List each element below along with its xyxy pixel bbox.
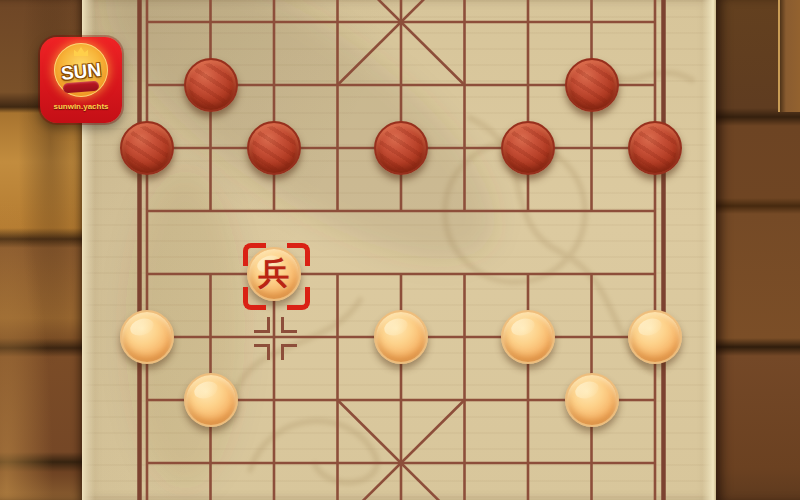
game-screen: 兵 SUN sunwin.yachts — [0, 0, 800, 500]
selection-bracket-se — [287, 287, 310, 310]
hidden-piece-bottom[interactable] — [184, 373, 238, 427]
point-marker-se — [281, 344, 297, 360]
hidden-piece-top[interactable] — [374, 121, 428, 175]
logo-ribbon — [63, 81, 100, 93]
point-marker-sw — [254, 344, 270, 360]
sun-logo-emblem: SUN — [54, 43, 108, 97]
crown-icon — [74, 47, 88, 56]
hidden-piece-top[interactable] — [628, 121, 682, 175]
hidden-piece-bottom[interactable] — [501, 310, 555, 364]
hidden-piece-top[interactable] — [247, 121, 301, 175]
hidden-piece-bottom[interactable] — [628, 310, 682, 364]
selection-bracket-sw — [243, 287, 266, 310]
app-logo[interactable]: SUN sunwin.yachts — [40, 37, 122, 123]
hidden-piece-top[interactable] — [184, 58, 238, 112]
point-marker-nw — [254, 317, 270, 333]
hidden-piece-bottom[interactable] — [565, 373, 619, 427]
hidden-piece-top[interactable] — [501, 121, 555, 175]
logo-domain-text: sunwin.yachts — [53, 102, 108, 111]
hidden-piece-bottom[interactable] — [120, 310, 174, 364]
hidden-piece-bottom[interactable] — [374, 310, 428, 364]
point-marker-ne — [281, 317, 297, 333]
selection-bracket-nw — [243, 243, 266, 266]
hidden-piece-top[interactable] — [120, 121, 174, 175]
hidden-piece-top[interactable] — [565, 58, 619, 112]
selection-bracket-ne — [287, 243, 310, 266]
